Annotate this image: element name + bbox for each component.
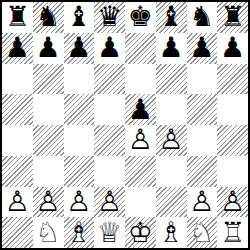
square-b1[interactable]: ♞♘ [33, 217, 64, 248]
square-e3[interactable] [125, 156, 156, 187]
piece-white-rook: ♜♖ [217, 217, 248, 248]
square-a8[interactable]: ♜ [2, 2, 33, 33]
square-c5[interactable] [64, 94, 95, 125]
square-f5[interactable] [156, 94, 187, 125]
square-f8[interactable]: ♝ [156, 2, 187, 33]
square-h2[interactable]: ♟♙ [217, 187, 248, 218]
square-f1[interactable]: ♝♗ [156, 217, 187, 248]
piece-black-pawn: ♟ [217, 33, 248, 64]
piece-black-queen: ♛ [94, 2, 125, 33]
piece-black-pawn: ♟ [2, 33, 33, 64]
square-d2[interactable]: ♟♙ [94, 187, 125, 218]
square-a4[interactable] [2, 125, 33, 156]
square-c6[interactable] [64, 64, 95, 95]
square-d3[interactable] [94, 156, 125, 187]
square-e7[interactable] [125, 33, 156, 64]
piece-white-queen: ♛♕ [94, 217, 125, 248]
piece-white-pawn: ♟♙ [217, 187, 248, 218]
square-e6[interactable] [125, 64, 156, 95]
piece-black-rook: ♜ [2, 2, 33, 33]
square-c7[interactable]: ♟ [64, 33, 95, 64]
piece-white-pawn: ♟♙ [156, 125, 187, 156]
square-c3[interactable] [64, 156, 95, 187]
square-g5[interactable] [187, 94, 218, 125]
square-h6[interactable] [217, 64, 248, 95]
square-b7[interactable]: ♟ [33, 33, 64, 64]
square-c8[interactable]: ♝ [64, 2, 95, 33]
square-d6[interactable] [94, 64, 125, 95]
square-b3[interactable] [33, 156, 64, 187]
piece-black-knight: ♞ [33, 2, 64, 33]
piece-white-pawn: ♟♙ [2, 187, 33, 218]
square-g4[interactable] [187, 125, 218, 156]
square-a2[interactable]: ♟♙ [2, 187, 33, 218]
piece-black-pawn: ♟ [125, 94, 156, 125]
square-e1[interactable]: ♚♔ [125, 217, 156, 248]
square-f3[interactable] [156, 156, 187, 187]
square-f4[interactable]: ♟♙ [156, 125, 187, 156]
piece-white-bishop: ♝♗ [64, 217, 95, 248]
piece-black-bishop: ♝ [156, 2, 187, 33]
piece-black-pawn: ♟ [33, 33, 64, 64]
square-d5[interactable] [94, 94, 125, 125]
square-g7[interactable]: ♟ [187, 33, 218, 64]
square-b6[interactable] [33, 64, 64, 95]
piece-white-king: ♚♔ [125, 217, 156, 248]
square-b5[interactable] [33, 94, 64, 125]
square-f2[interactable] [156, 187, 187, 218]
square-f6[interactable] [156, 64, 187, 95]
square-g1[interactable]: ♞♘ [187, 217, 218, 248]
square-d7[interactable]: ♟ [94, 33, 125, 64]
square-e4[interactable]: ♟♙ [125, 125, 156, 156]
square-c2[interactable]: ♟♙ [64, 187, 95, 218]
square-h1[interactable]: ♜♖ [217, 217, 248, 248]
square-a3[interactable] [2, 156, 33, 187]
square-g2[interactable]: ♟♙ [187, 187, 218, 218]
square-g8[interactable]: ♞ [187, 2, 218, 33]
piece-white-knight: ♞♘ [33, 217, 64, 248]
square-g6[interactable] [187, 64, 218, 95]
square-a5[interactable] [2, 94, 33, 125]
square-e5[interactable]: ♟ [125, 94, 156, 125]
piece-black-pawn: ♟ [64, 33, 95, 64]
square-a1[interactable] [2, 217, 33, 248]
square-h7[interactable]: ♟ [217, 33, 248, 64]
piece-black-knight: ♞ [187, 2, 218, 33]
square-c4[interactable] [64, 125, 95, 156]
square-d4[interactable] [94, 125, 125, 156]
square-f7[interactable]: ♟ [156, 33, 187, 64]
square-e8[interactable]: ♚ [125, 2, 156, 33]
square-d8[interactable]: ♛ [94, 2, 125, 33]
square-e2[interactable] [125, 187, 156, 218]
piece-white-knight: ♞♘ [187, 217, 218, 248]
square-b2[interactable]: ♟♙ [33, 187, 64, 218]
square-h3[interactable] [217, 156, 248, 187]
square-h4[interactable] [217, 125, 248, 156]
piece-black-pawn: ♟ [94, 33, 125, 64]
piece-black-king: ♚ [125, 2, 156, 33]
square-h8[interactable]: ♜ [217, 2, 248, 33]
square-c1[interactable]: ♝♗ [64, 217, 95, 248]
square-h5[interactable] [217, 94, 248, 125]
square-b8[interactable]: ♞ [33, 2, 64, 33]
piece-white-pawn: ♟♙ [64, 187, 95, 218]
square-d1[interactable]: ♛♕ [94, 217, 125, 248]
square-a6[interactable] [2, 64, 33, 95]
piece-white-bishop: ♝♗ [156, 217, 187, 248]
piece-black-rook: ♜ [217, 2, 248, 33]
piece-white-pawn: ♟♙ [125, 125, 156, 156]
piece-white-pawn: ♟♙ [94, 187, 125, 218]
piece-white-pawn: ♟♙ [187, 187, 218, 218]
square-g3[interactable] [187, 156, 218, 187]
square-b4[interactable] [33, 125, 64, 156]
piece-white-pawn: ♟♙ [33, 187, 64, 218]
piece-black-pawn: ♟ [156, 33, 187, 64]
square-a7[interactable]: ♟ [2, 33, 33, 64]
chess-board: ♜♞♝♛♚♝♞♜♟♟♟♟♟♟♟♟♟♙♟♙♟♙♟♙♟♙♟♙♟♙♟♙♞♘♝♗♛♕♚♔… [0, 0, 250, 250]
piece-black-bishop: ♝ [64, 2, 95, 33]
piece-black-pawn: ♟ [187, 33, 218, 64]
